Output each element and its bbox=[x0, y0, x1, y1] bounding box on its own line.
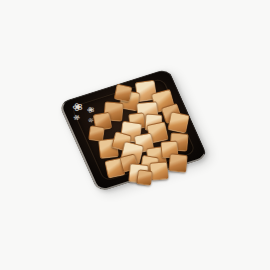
photo-canvas: ❀❀✻✻ bbox=[0, 0, 270, 270]
snack-cube bbox=[168, 153, 188, 173]
snack-cube bbox=[167, 111, 190, 134]
snack-cube bbox=[136, 169, 153, 186]
snack-cube bbox=[114, 84, 133, 103]
blossom-icon: ❀ bbox=[71, 101, 85, 114]
blossom-icon: ✻ bbox=[73, 114, 82, 122]
